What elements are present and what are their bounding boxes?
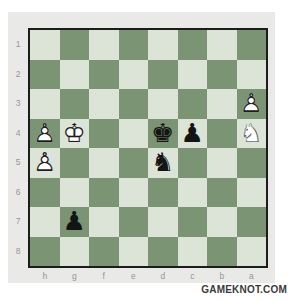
square-a6[interactable] bbox=[237, 178, 267, 208]
square-d5[interactable]: ♞ bbox=[148, 148, 178, 178]
piece-white-king[interactable]: ♚♔ bbox=[60, 119, 90, 149]
square-g1[interactable] bbox=[60, 30, 90, 60]
piece-black-king[interactable]: ♚ bbox=[148, 119, 178, 149]
square-h3[interactable] bbox=[30, 89, 60, 119]
rank-label-3: 3 bbox=[8, 89, 28, 119]
piece-white-pawn[interactable]: ♟♙ bbox=[237, 89, 267, 119]
square-b1[interactable] bbox=[207, 30, 237, 60]
square-h7[interactable] bbox=[30, 207, 60, 237]
square-e7[interactable] bbox=[119, 207, 149, 237]
square-c1[interactable] bbox=[178, 30, 208, 60]
file-label-g: g bbox=[60, 268, 90, 284]
square-c2[interactable] bbox=[178, 60, 208, 90]
square-g6[interactable] bbox=[60, 178, 90, 208]
square-c6[interactable] bbox=[178, 178, 208, 208]
square-b2[interactable] bbox=[207, 60, 237, 90]
rank-labels: 12345678 bbox=[8, 30, 28, 266]
square-g5[interactable] bbox=[60, 148, 90, 178]
square-c8[interactable] bbox=[178, 237, 208, 267]
piece-glyph-outline: ♘ bbox=[237, 119, 267, 149]
square-f1[interactable] bbox=[89, 30, 119, 60]
file-label-f: f bbox=[89, 268, 119, 284]
square-h5[interactable]: ♟♙ bbox=[30, 148, 60, 178]
square-e2[interactable] bbox=[119, 60, 149, 90]
square-h6[interactable] bbox=[30, 178, 60, 208]
square-g2[interactable] bbox=[60, 60, 90, 90]
piece-white-pawn[interactable]: ♟♙ bbox=[30, 119, 60, 149]
square-d7[interactable] bbox=[148, 207, 178, 237]
square-c7[interactable] bbox=[178, 207, 208, 237]
file-label-c: c bbox=[178, 268, 208, 284]
square-b8[interactable] bbox=[207, 237, 237, 267]
rank-label-1: 1 bbox=[8, 30, 28, 60]
square-e1[interactable] bbox=[119, 30, 149, 60]
square-a3[interactable]: ♟♙ bbox=[237, 89, 267, 119]
square-f7[interactable] bbox=[89, 207, 119, 237]
file-label-h: h bbox=[30, 268, 60, 284]
square-h8[interactable] bbox=[30, 237, 60, 267]
square-f6[interactable] bbox=[89, 178, 119, 208]
piece-glyph-fill: ♞ bbox=[148, 148, 178, 178]
piece-white-pawn[interactable]: ♟♙ bbox=[30, 148, 60, 178]
piece-glyph-outline: ♙ bbox=[30, 148, 60, 178]
piece-black-knight[interactable]: ♞ bbox=[148, 148, 178, 178]
square-e8[interactable] bbox=[119, 237, 149, 267]
rank-label-2: 2 bbox=[8, 60, 28, 90]
square-g7[interactable]: ♟ bbox=[60, 207, 90, 237]
piece-glyph-fill: ♟ bbox=[178, 119, 208, 149]
square-f3[interactable] bbox=[89, 89, 119, 119]
square-e6[interactable] bbox=[119, 178, 149, 208]
file-label-e: e bbox=[119, 268, 149, 284]
board-panel: 12345678 ♟♙♟♙♚♔♚♟♞♘♟♙♞♟ hgfedcba bbox=[8, 12, 275, 283]
file-label-b: b bbox=[207, 268, 237, 284]
square-a2[interactable] bbox=[237, 60, 267, 90]
piece-glyph-outline: ♙ bbox=[30, 119, 60, 149]
piece-glyph-outline: ♔ bbox=[60, 119, 90, 149]
piece-glyph-fill: ♟ bbox=[60, 207, 90, 237]
rank-label-4: 4 bbox=[8, 119, 28, 149]
square-b6[interactable] bbox=[207, 178, 237, 208]
square-a7[interactable] bbox=[237, 207, 267, 237]
square-h2[interactable] bbox=[30, 60, 60, 90]
square-h1[interactable] bbox=[30, 30, 60, 60]
square-a4[interactable]: ♞♘ bbox=[237, 119, 267, 149]
gameknot-watermark: GAMEKNOT.COM bbox=[201, 284, 287, 295]
rank-label-7: 7 bbox=[8, 207, 28, 237]
file-label-a: a bbox=[237, 268, 267, 284]
square-e3[interactable] bbox=[119, 89, 149, 119]
file-label-d: d bbox=[148, 268, 178, 284]
square-c3[interactable] bbox=[178, 89, 208, 119]
square-a1[interactable] bbox=[237, 30, 267, 60]
piece-white-knight[interactable]: ♞♘ bbox=[237, 119, 267, 149]
square-f8[interactable] bbox=[89, 237, 119, 267]
square-d2[interactable] bbox=[148, 60, 178, 90]
piece-black-pawn[interactable]: ♟ bbox=[60, 207, 90, 237]
square-d8[interactable] bbox=[148, 237, 178, 267]
square-e5[interactable] bbox=[119, 148, 149, 178]
square-h4[interactable]: ♟♙ bbox=[30, 119, 60, 149]
file-labels: hgfedcba bbox=[30, 268, 266, 283]
square-g8[interactable] bbox=[60, 237, 90, 267]
rank-label-6: 6 bbox=[8, 178, 28, 208]
rank-label-8: 8 bbox=[8, 237, 28, 267]
square-f4[interactable] bbox=[89, 119, 119, 149]
square-b5[interactable] bbox=[207, 148, 237, 178]
square-b3[interactable] bbox=[207, 89, 237, 119]
square-d4[interactable]: ♚ bbox=[148, 119, 178, 149]
square-d1[interactable] bbox=[148, 30, 178, 60]
square-f2[interactable] bbox=[89, 60, 119, 90]
square-b7[interactable] bbox=[207, 207, 237, 237]
square-f5[interactable] bbox=[89, 148, 119, 178]
chess-board[interactable]: ♟♙♟♙♚♔♚♟♞♘♟♙♞♟ bbox=[28, 28, 268, 268]
square-a8[interactable] bbox=[237, 237, 267, 267]
square-d6[interactable] bbox=[148, 178, 178, 208]
square-g3[interactable] bbox=[60, 89, 90, 119]
square-e4[interactable] bbox=[119, 119, 149, 149]
square-b4[interactable] bbox=[207, 119, 237, 149]
piece-glyph-outline: ♙ bbox=[237, 89, 267, 119]
piece-glyph-fill: ♚ bbox=[148, 119, 178, 149]
square-d3[interactable] bbox=[148, 89, 178, 119]
piece-black-pawn[interactable]: ♟ bbox=[178, 119, 208, 149]
rank-label-5: 5 bbox=[8, 148, 28, 178]
square-a5[interactable] bbox=[237, 148, 267, 178]
square-c5[interactable] bbox=[178, 148, 208, 178]
square-c4[interactable]: ♟ bbox=[178, 119, 208, 149]
square-g4[interactable]: ♚♔ bbox=[60, 119, 90, 149]
